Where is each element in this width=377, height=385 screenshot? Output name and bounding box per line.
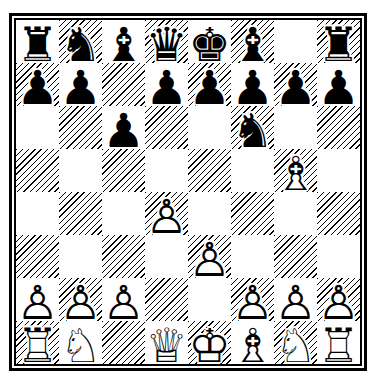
square-f8[interactable]: ♝︎ bbox=[231, 20, 274, 63]
square-g6[interactable] bbox=[274, 106, 317, 149]
white-queen-outline: ♕︎ bbox=[145, 321, 188, 368]
white-bishop-piece: ♝︎♗︎ bbox=[231, 321, 274, 364]
square-a3[interactable] bbox=[16, 235, 59, 278]
square-a7[interactable]: ♟︎ bbox=[16, 63, 59, 106]
white-pawn-piece: ♟︎♙︎ bbox=[145, 192, 188, 235]
black-knight-piece: ♞︎ bbox=[59, 20, 102, 63]
square-b3[interactable] bbox=[59, 235, 102, 278]
square-h2[interactable]: ♟︎♙︎ bbox=[317, 278, 360, 321]
square-b6[interactable] bbox=[59, 106, 102, 149]
square-d4[interactable]: ♟︎♙︎ bbox=[145, 192, 188, 235]
black-pawn-piece: ♟︎ bbox=[274, 63, 317, 106]
square-d6[interactable] bbox=[145, 106, 188, 149]
square-a8[interactable]: ♜︎ bbox=[16, 20, 59, 63]
square-f2[interactable]: ♟︎♙︎ bbox=[231, 278, 274, 321]
black-pawn-piece: ♟︎ bbox=[188, 63, 231, 106]
square-c8[interactable]: ♝︎ bbox=[102, 20, 145, 63]
square-d1[interactable]: ♛︎♕︎ bbox=[145, 321, 188, 364]
black-pawn-piece: ♟︎ bbox=[231, 63, 274, 106]
square-c1[interactable] bbox=[102, 321, 145, 364]
square-h4[interactable] bbox=[317, 192, 360, 235]
black-pawn-glyph: ♟︎ bbox=[59, 63, 102, 110]
square-c7[interactable] bbox=[102, 63, 145, 106]
white-pawn-outline: ♙︎ bbox=[188, 235, 231, 282]
square-f4[interactable] bbox=[231, 192, 274, 235]
white-pawn-outline: ♙︎ bbox=[145, 192, 188, 239]
black-bishop-glyph: ♝︎ bbox=[102, 20, 145, 67]
black-bishop-piece: ♝︎ bbox=[231, 20, 274, 63]
square-f3[interactable] bbox=[231, 235, 274, 278]
square-h1[interactable]: ♜︎♖︎ bbox=[317, 321, 360, 364]
square-a4[interactable] bbox=[16, 192, 59, 235]
square-a6[interactable] bbox=[16, 106, 59, 149]
square-d7[interactable]: ♟︎ bbox=[145, 63, 188, 106]
square-g7[interactable]: ♟︎ bbox=[274, 63, 317, 106]
white-pawn-piece: ♟︎♙︎ bbox=[188, 235, 231, 278]
square-g3[interactable] bbox=[274, 235, 317, 278]
white-pawn-outline: ♙︎ bbox=[102, 278, 145, 325]
square-f5[interactable] bbox=[231, 149, 274, 192]
board-grid: ♜︎♞︎♝︎♛︎♚︎♝︎♜︎♟︎♟︎♟︎♟︎♟︎♟︎♟︎♟︎♞︎♝︎♗︎♟︎♙︎… bbox=[16, 20, 360, 364]
black-rook-piece: ♜︎ bbox=[317, 20, 360, 63]
square-h7[interactable]: ♟︎ bbox=[317, 63, 360, 106]
square-f6[interactable]: ♞︎ bbox=[231, 106, 274, 149]
white-king-piece: ♚︎♔︎ bbox=[188, 321, 231, 364]
square-c2[interactable]: ♟︎♙︎ bbox=[102, 278, 145, 321]
square-e2[interactable] bbox=[188, 278, 231, 321]
white-rook-outline: ♖︎ bbox=[317, 321, 360, 368]
white-knight-outline: ♘︎ bbox=[274, 321, 317, 368]
square-d2[interactable] bbox=[145, 278, 188, 321]
board-inner-border: ♜︎♞︎♝︎♛︎♚︎♝︎♜︎♟︎♟︎♟︎♟︎♟︎♟︎♟︎♟︎♞︎♝︎♗︎♟︎♙︎… bbox=[14, 18, 362, 366]
square-h8[interactable]: ♜︎ bbox=[317, 20, 360, 63]
square-c4[interactable] bbox=[102, 192, 145, 235]
black-bishop-piece: ♝︎ bbox=[102, 20, 145, 63]
square-e5[interactable] bbox=[188, 149, 231, 192]
black-pawn-piece: ♟︎ bbox=[145, 63, 188, 106]
white-rook-piece: ♜︎♖︎ bbox=[317, 321, 360, 364]
square-g8[interactable] bbox=[274, 20, 317, 63]
square-e4[interactable] bbox=[188, 192, 231, 235]
square-d3[interactable] bbox=[145, 235, 188, 278]
black-pawn-glyph: ♟︎ bbox=[145, 63, 188, 110]
square-f1[interactable]: ♝︎♗︎ bbox=[231, 321, 274, 364]
square-b5[interactable] bbox=[59, 149, 102, 192]
white-bishop-outline: ♗︎ bbox=[274, 149, 317, 196]
square-a1[interactable]: ♜︎♖︎ bbox=[16, 321, 59, 364]
white-pawn-piece: ♟︎♙︎ bbox=[102, 278, 145, 321]
square-g2[interactable]: ♟︎♙︎ bbox=[274, 278, 317, 321]
black-knight-glyph: ♞︎ bbox=[231, 106, 274, 153]
square-h6[interactable] bbox=[317, 106, 360, 149]
square-c3[interactable] bbox=[102, 235, 145, 278]
chess-board: ♜︎♞︎♝︎♛︎♚︎♝︎♜︎♟︎♟︎♟︎♟︎♟︎♟︎♟︎♟︎♞︎♝︎♗︎♟︎♙︎… bbox=[9, 13, 367, 371]
black-pawn-piece: ♟︎ bbox=[59, 63, 102, 106]
square-b8[interactable]: ♞︎ bbox=[59, 20, 102, 63]
square-a2[interactable]: ♟︎♙︎ bbox=[16, 278, 59, 321]
black-knight-piece: ♞︎ bbox=[231, 106, 274, 149]
black-pawn-glyph: ♟︎ bbox=[188, 63, 231, 110]
black-rook-piece: ♜︎ bbox=[16, 20, 59, 63]
black-pawn-glyph: ♟︎ bbox=[274, 63, 317, 110]
square-g1[interactable]: ♞︎♘︎ bbox=[274, 321, 317, 364]
square-e3[interactable]: ♟︎♙︎ bbox=[188, 235, 231, 278]
square-d5[interactable] bbox=[145, 149, 188, 192]
square-e8[interactable]: ♚︎ bbox=[188, 20, 231, 63]
black-pawn-glyph: ♟︎ bbox=[16, 63, 59, 110]
white-pawn-piece: ♟︎♙︎ bbox=[274, 278, 317, 321]
black-pawn-glyph: ♟︎ bbox=[102, 106, 145, 153]
white-pawn-piece: ♟︎♙︎ bbox=[16, 278, 59, 321]
square-f7[interactable]: ♟︎ bbox=[231, 63, 274, 106]
square-c6[interactable]: ♟︎ bbox=[102, 106, 145, 149]
black-queen-piece: ♛︎ bbox=[145, 20, 188, 63]
white-rook-piece: ♜︎♖︎ bbox=[16, 321, 59, 364]
square-e1[interactable]: ♚︎♔︎ bbox=[188, 321, 231, 364]
white-bishop-piece: ♝︎♗︎ bbox=[274, 149, 317, 192]
white-bishop-outline: ♗︎ bbox=[231, 321, 274, 368]
page: ♜︎♞︎♝︎♛︎♚︎♝︎♜︎♟︎♟︎♟︎♟︎♟︎♟︎♟︎♟︎♞︎♝︎♗︎♟︎♙︎… bbox=[0, 0, 377, 385]
square-b4[interactable] bbox=[59, 192, 102, 235]
white-knight-piece: ♞︎♘︎ bbox=[274, 321, 317, 364]
square-g5[interactable]: ♝︎♗︎ bbox=[274, 149, 317, 192]
square-d8[interactable]: ♛︎ bbox=[145, 20, 188, 63]
black-king-piece: ♚︎ bbox=[188, 20, 231, 63]
square-c5[interactable] bbox=[102, 149, 145, 192]
white-queen-piece: ♛︎♕︎ bbox=[145, 321, 188, 364]
white-pawn-piece: ♟︎♙︎ bbox=[231, 278, 274, 321]
square-e7[interactable]: ♟︎ bbox=[188, 63, 231, 106]
square-a5[interactable] bbox=[16, 149, 59, 192]
black-pawn-piece: ♟︎ bbox=[16, 63, 59, 106]
white-knight-outline: ♘︎ bbox=[59, 321, 102, 368]
square-h5[interactable] bbox=[317, 149, 360, 192]
white-pawn-piece: ♟︎♙︎ bbox=[317, 278, 360, 321]
square-b7[interactable]: ♟︎ bbox=[59, 63, 102, 106]
square-g4[interactable] bbox=[274, 192, 317, 235]
black-pawn-piece: ♟︎ bbox=[317, 63, 360, 106]
square-h3[interactable] bbox=[317, 235, 360, 278]
white-rook-outline: ♖︎ bbox=[16, 321, 59, 368]
square-b1[interactable]: ♞︎♘︎ bbox=[59, 321, 102, 364]
white-pawn-piece: ♟︎♙︎ bbox=[59, 278, 102, 321]
black-pawn-piece: ♟︎ bbox=[102, 106, 145, 149]
white-knight-piece: ♞︎♘︎ bbox=[59, 321, 102, 364]
black-pawn-glyph: ♟︎ bbox=[317, 63, 360, 110]
square-b2[interactable]: ♟︎♙︎ bbox=[59, 278, 102, 321]
white-king-outline: ♔︎ bbox=[188, 321, 231, 368]
square-e6[interactable] bbox=[188, 106, 231, 149]
